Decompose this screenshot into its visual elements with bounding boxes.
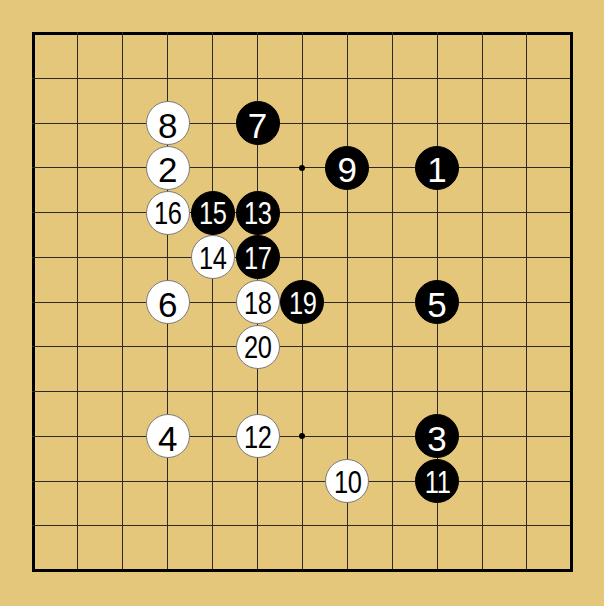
grid-line-horizontal bbox=[32, 525, 574, 526]
stone-move-number: 3 bbox=[427, 420, 446, 455]
stone-black-11: 11 bbox=[415, 459, 459, 503]
stone-black-7: 7 bbox=[236, 101, 280, 145]
stone-move-number: 14 bbox=[199, 243, 226, 274]
stone-white-20: 20 bbox=[236, 325, 280, 369]
grid-line-vertical bbox=[482, 32, 483, 572]
stone-move-number: 5 bbox=[427, 286, 446, 321]
stone-black-5: 5 bbox=[415, 280, 459, 324]
stone-move-number: 6 bbox=[158, 286, 177, 321]
stone-white-8: 8 bbox=[146, 101, 190, 145]
stone-black-15: 15 bbox=[191, 191, 235, 235]
stone-move-number: 18 bbox=[244, 288, 271, 319]
star-point bbox=[299, 433, 305, 439]
stone-black-1: 1 bbox=[415, 146, 459, 190]
stone-white-4: 4 bbox=[146, 414, 190, 458]
stone-white-18: 18 bbox=[236, 280, 280, 324]
grid-line-horizontal bbox=[32, 481, 574, 482]
star-point bbox=[299, 165, 305, 171]
stone-move-number: 13 bbox=[244, 198, 271, 229]
stone-white-12: 12 bbox=[236, 414, 280, 458]
stone-move-number: 20 bbox=[244, 332, 271, 363]
stone-move-number: 2 bbox=[158, 152, 177, 187]
stone-white-16: 16 bbox=[146, 191, 190, 235]
grid-line-vertical bbox=[392, 32, 393, 572]
stone-move-number: 4 bbox=[158, 420, 177, 455]
stone-white-2: 2 bbox=[146, 146, 190, 190]
stone-move-number: 9 bbox=[338, 152, 357, 187]
stone-move-number: 8 bbox=[158, 107, 177, 142]
stone-black-3: 3 bbox=[415, 414, 459, 458]
stone-black-19: 19 bbox=[280, 280, 324, 324]
stone-white-10: 10 bbox=[325, 459, 369, 503]
stone-move-number: 11 bbox=[424, 467, 450, 498]
stone-white-6: 6 bbox=[146, 280, 190, 324]
stone-move-number: 19 bbox=[289, 288, 316, 319]
stone-move-number: 12 bbox=[244, 422, 271, 453]
stone-black-17: 17 bbox=[236, 235, 280, 279]
stone-move-number: 15 bbox=[199, 198, 226, 229]
stone-white-14: 14 bbox=[191, 235, 235, 279]
go-board: 1234567891011121314151617181920 bbox=[0, 0, 604, 606]
board-edge-line-vertical bbox=[570, 32, 573, 572]
stone-move-number: 16 bbox=[154, 198, 181, 229]
stone-move-number: 7 bbox=[248, 107, 267, 142]
grid-line-vertical bbox=[526, 32, 527, 572]
grid-line-horizontal bbox=[32, 346, 574, 347]
stone-move-number: 10 bbox=[334, 467, 361, 498]
stone-move-number: 17 bbox=[244, 243, 271, 274]
stone-black-9: 9 bbox=[325, 146, 369, 190]
stone-move-number: 1 bbox=[427, 152, 446, 187]
stone-black-13: 13 bbox=[236, 191, 280, 235]
go-diagram: 1234567891011121314151617181920 bbox=[0, 0, 604, 606]
grid-line-horizontal bbox=[32, 391, 574, 392]
board-edge-line-horizontal bbox=[32, 569, 574, 572]
